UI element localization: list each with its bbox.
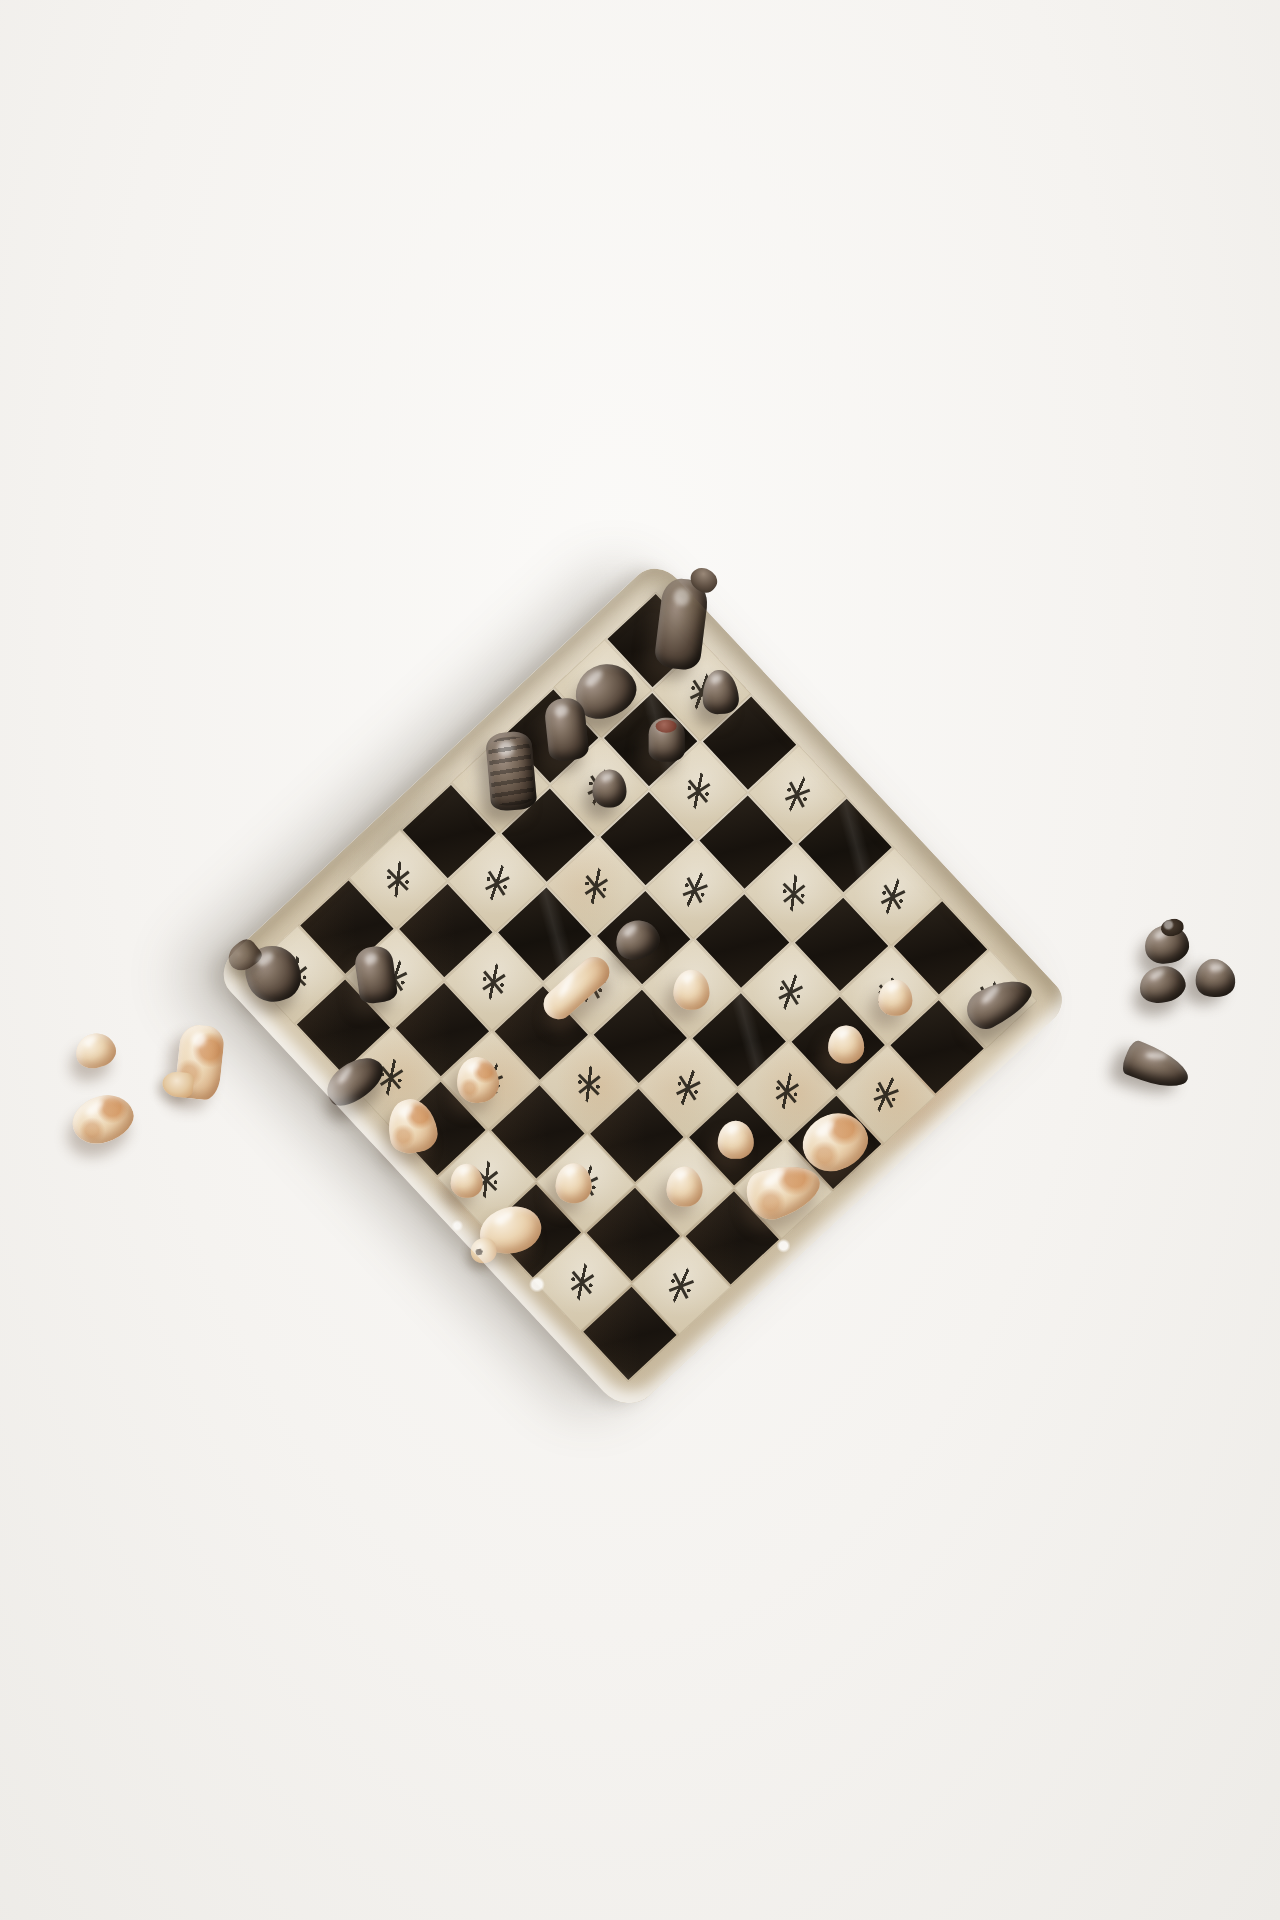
piece-white-pawn-g4[interactable] bbox=[718, 1121, 754, 1159]
glaze-highlight bbox=[363, 951, 380, 967]
painted-star-mark bbox=[773, 872, 815, 914]
painted-star-mark bbox=[476, 862, 518, 904]
painted-star-mark bbox=[872, 876, 914, 918]
painted-star-mark bbox=[769, 971, 811, 1013]
piece-white-bishop[interactable] bbox=[66, 1087, 139, 1150]
painted-star-mark bbox=[472, 961, 514, 1003]
piece-black-pawn[interactable] bbox=[1119, 1038, 1194, 1096]
painted-star-mark bbox=[865, 1074, 907, 1116]
piece-white-pawn-g3[interactable] bbox=[667, 1167, 703, 1207]
glaze-highlight bbox=[583, 668, 606, 690]
painted-star-mark bbox=[575, 865, 617, 907]
piece-black-pawn[interactable] bbox=[1142, 922, 1192, 967]
glaze-highlight bbox=[886, 982, 899, 992]
piece-black-pawn[interactable] bbox=[1191, 955, 1241, 1004]
glaze-highlight bbox=[622, 922, 638, 937]
glaze-highlight bbox=[492, 1208, 515, 1226]
piece-white-pawn-g6[interactable] bbox=[828, 1025, 864, 1063]
piece-black-bishop-a6[interactable] bbox=[543, 696, 589, 762]
piece-white-pawn[interactable] bbox=[72, 1029, 119, 1072]
glaze-highlight bbox=[1153, 927, 1170, 941]
glaze-highlight bbox=[190, 1031, 208, 1049]
photo-canvas bbox=[0, 0, 1280, 1920]
glaze-highlight bbox=[761, 1166, 787, 1189]
piece-white-pawn-g7[interactable] bbox=[878, 980, 912, 1016]
piece-black-rook-a5[interactable] bbox=[485, 730, 538, 812]
glaze-highlight bbox=[726, 1123, 740, 1134]
piece-white-pawn-e1[interactable] bbox=[451, 1164, 483, 1198]
glaze-highlight bbox=[813, 1116, 838, 1139]
painted-star-mark bbox=[377, 858, 419, 900]
glaze-highlight bbox=[458, 1166, 470, 1176]
glaze-highlight bbox=[83, 1097, 105, 1117]
painted-star-mark bbox=[568, 1063, 610, 1105]
glaze-highlight bbox=[1145, 1051, 1168, 1060]
piece-white-pawn-e5[interactable] bbox=[673, 970, 709, 1010]
piece-black-pawn-b6[interactable] bbox=[592, 769, 626, 807]
glaze-highlight bbox=[496, 738, 516, 758]
glaze-highlight bbox=[657, 720, 671, 732]
glaze-highlight bbox=[1148, 968, 1165, 982]
glaze-highlight bbox=[672, 587, 691, 608]
glaze-highlight bbox=[465, 1059, 482, 1073]
piece-black-pawn[interactable] bbox=[1136, 962, 1188, 1007]
glaze-highlight bbox=[600, 772, 613, 783]
glaze-highlight bbox=[564, 1165, 578, 1176]
painted-star-mark bbox=[677, 770, 719, 812]
piece-white-rook[interactable] bbox=[174, 1023, 225, 1101]
painted-star-mark bbox=[766, 1070, 808, 1112]
glaze-highlight bbox=[83, 1035, 98, 1048]
painted-star-mark bbox=[660, 1265, 702, 1307]
glaze-highlight bbox=[553, 703, 570, 720]
piece-black-pawn-b7[interactable] bbox=[649, 718, 685, 762]
painted-star-mark bbox=[667, 1067, 709, 1109]
painted-star-mark bbox=[674, 869, 716, 911]
glaze-highlight bbox=[254, 949, 275, 968]
glaze-highlight bbox=[710, 673, 725, 686]
painted-star-mark bbox=[561, 1261, 603, 1303]
glaze-highlight bbox=[682, 972, 696, 983]
glaze-highlight bbox=[837, 1027, 851, 1038]
piece-white-pawn-f2[interactable] bbox=[556, 1163, 592, 1203]
glaze-highlight bbox=[675, 1169, 689, 1180]
painted-star-mark bbox=[776, 773, 818, 815]
glaze-highlight bbox=[396, 1102, 415, 1119]
glaze-highlight bbox=[1210, 964, 1224, 972]
chess-board[interactable] bbox=[212, 557, 1071, 1416]
